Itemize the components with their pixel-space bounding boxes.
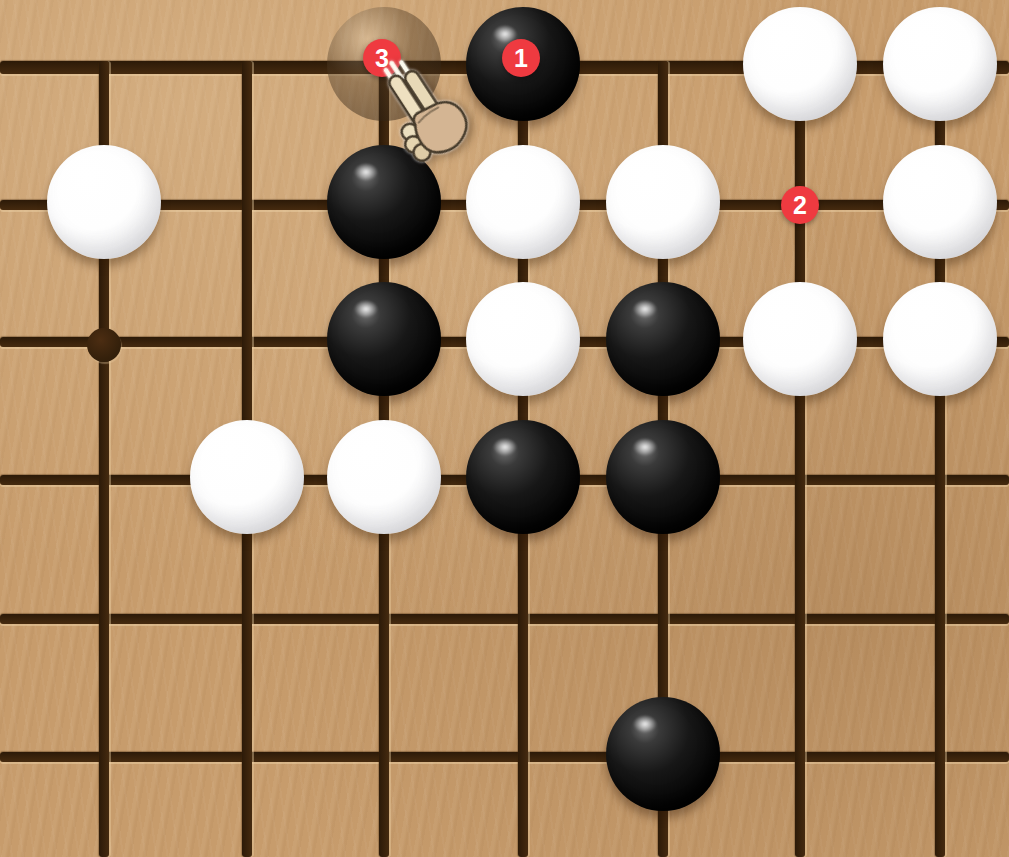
grid-line-vertical [795, 61, 805, 857]
white-stone [190, 420, 304, 534]
black-stone [466, 420, 580, 534]
white-stone [883, 282, 997, 396]
move-badge-2: 2 [781, 186, 819, 224]
white-stone [327, 420, 441, 534]
grid-line-horizontal [0, 614, 1009, 624]
go-board[interactable]: 123 [0, 0, 1009, 857]
black-stone [606, 420, 720, 534]
white-stone [883, 145, 997, 259]
white-stone [466, 145, 580, 259]
white-stone [743, 282, 857, 396]
white-stone [47, 145, 161, 259]
white-stone [883, 7, 997, 121]
white-stone [606, 145, 720, 259]
white-stone [743, 7, 857, 121]
black-stone [606, 697, 720, 811]
white-stone [466, 282, 580, 396]
black-stone [606, 282, 720, 396]
star-point [87, 328, 121, 362]
grid-line-horizontal [0, 752, 1009, 762]
move-badge-1: 1 [502, 39, 540, 77]
black-stone [327, 282, 441, 396]
